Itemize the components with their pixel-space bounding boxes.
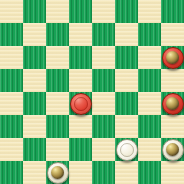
square-r2c7[interactable] [161, 46, 184, 69]
square-r5c4[interactable] [92, 115, 115, 138]
square-r7c2[interactable] [46, 161, 69, 184]
red-king-piece[interactable] [162, 47, 184, 69]
square-r1c7 [161, 23, 184, 46]
white-king-piece[interactable] [47, 162, 69, 184]
square-r0c4 [92, 0, 115, 23]
square-r6c7[interactable] [161, 138, 184, 161]
square-r3c0[interactable] [0, 69, 23, 92]
square-r4c6 [138, 92, 161, 115]
square-r3c6[interactable] [138, 69, 161, 92]
red-man-piece[interactable] [70, 93, 92, 115]
white-king-piece[interactable] [162, 139, 184, 161]
square-r2c2 [46, 46, 69, 69]
square-r0c6 [138, 0, 161, 23]
king-crown-ball-icon [166, 97, 179, 110]
square-r4c2 [46, 92, 69, 115]
square-r5c0[interactable] [0, 115, 23, 138]
square-r1c4[interactable] [92, 23, 115, 46]
square-r5c3 [69, 115, 92, 138]
square-r7c1 [23, 161, 46, 184]
square-r2c6 [138, 46, 161, 69]
square-r6c2 [46, 138, 69, 161]
square-r4c3[interactable] [69, 92, 92, 115]
square-r5c5 [115, 115, 138, 138]
square-r5c7 [161, 115, 184, 138]
white-man-piece[interactable] [116, 139, 138, 161]
square-r0c5[interactable] [115, 0, 138, 23]
king-crown-ball-icon [166, 51, 179, 64]
square-r4c7[interactable] [161, 92, 184, 115]
square-r4c5[interactable] [115, 92, 138, 115]
square-r7c5 [115, 161, 138, 184]
square-r3c2[interactable] [46, 69, 69, 92]
square-r3c5 [115, 69, 138, 92]
square-r2c0 [0, 46, 23, 69]
king-crown-ball-icon [166, 143, 179, 156]
square-r0c1[interactable] [23, 0, 46, 23]
square-r4c1[interactable] [23, 92, 46, 115]
square-r0c0 [0, 0, 23, 23]
square-r3c3 [69, 69, 92, 92]
square-r6c3[interactable] [69, 138, 92, 161]
square-r7c7 [161, 161, 184, 184]
square-r2c4 [92, 46, 115, 69]
square-r1c5 [115, 23, 138, 46]
square-r7c0[interactable] [0, 161, 23, 184]
square-r2c5[interactable] [115, 46, 138, 69]
square-r1c1 [23, 23, 46, 46]
square-r1c2[interactable] [46, 23, 69, 46]
square-r5c2[interactable] [46, 115, 69, 138]
square-r7c6[interactable] [138, 161, 161, 184]
square-r0c7[interactable] [161, 0, 184, 23]
square-r6c1[interactable] [23, 138, 46, 161]
square-r1c3 [69, 23, 92, 46]
square-r0c3[interactable] [69, 0, 92, 23]
square-r6c4 [92, 138, 115, 161]
square-r6c5[interactable] [115, 138, 138, 161]
square-r1c6[interactable] [138, 23, 161, 46]
king-crown-ball-icon [51, 166, 64, 179]
square-r6c6 [138, 138, 161, 161]
square-r5c6[interactable] [138, 115, 161, 138]
square-r3c4[interactable] [92, 69, 115, 92]
square-r3c1 [23, 69, 46, 92]
square-r5c1 [23, 115, 46, 138]
checkers-board [0, 0, 184, 184]
square-r7c3 [69, 161, 92, 184]
square-r2c1[interactable] [23, 46, 46, 69]
square-r4c4 [92, 92, 115, 115]
square-r3c7 [161, 69, 184, 92]
red-king-piece[interactable] [162, 93, 184, 115]
square-r6c0 [0, 138, 23, 161]
square-r4c0 [0, 92, 23, 115]
square-r1c0[interactable] [0, 23, 23, 46]
square-r7c4[interactable] [92, 161, 115, 184]
square-r0c2 [46, 0, 69, 23]
square-r2c3[interactable] [69, 46, 92, 69]
